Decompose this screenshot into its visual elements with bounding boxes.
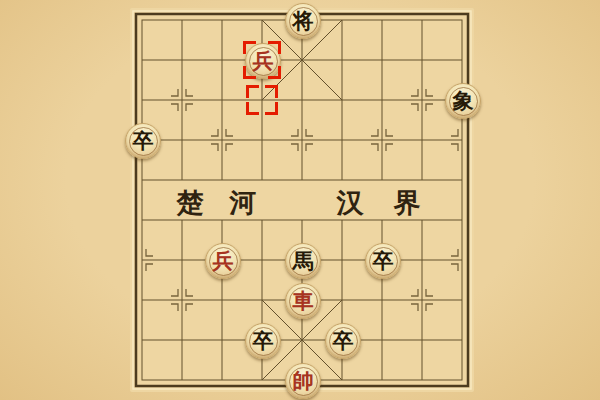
point-7-0[interactable] <box>402 0 442 40</box>
point-1-4[interactable] <box>162 160 202 200</box>
point-6-5[interactable] <box>362 200 402 240</box>
point-8-8[interactable] <box>442 320 482 360</box>
piece-glyph: 馬 <box>293 250 314 271</box>
point-2-2[interactable] <box>202 80 242 120</box>
piece-red-chariot[interactable]: 車 <box>285 283 321 319</box>
point-1-2[interactable] <box>162 80 202 120</box>
point-7-3[interactable] <box>402 120 442 160</box>
piece-glyph: 象 <box>453 90 474 111</box>
piece-black-elephant[interactable]: 象 <box>445 83 481 119</box>
point-3-2[interactable] <box>242 80 282 120</box>
point-1-7[interactable] <box>162 280 202 320</box>
point-1-3[interactable] <box>162 120 202 160</box>
board-point-grid: 将兵象卒兵馬卒車卒卒帥 <box>122 0 482 400</box>
point-2-8[interactable] <box>202 320 242 360</box>
xiangqi-app: 楚 河 汉 界 将兵象卒兵馬卒車卒卒帥 <box>0 0 600 400</box>
point-8-2[interactable]: 象 <box>442 80 482 120</box>
piece-black-soldier-d[interactable]: 卒 <box>325 323 361 359</box>
piece-black-soldier-b[interactable]: 卒 <box>365 243 401 279</box>
piece-red-general[interactable]: 帥 <box>285 363 321 399</box>
point-1-5[interactable] <box>162 200 202 240</box>
point-0-6[interactable] <box>122 240 162 280</box>
point-7-5[interactable] <box>402 200 442 240</box>
piece-black-soldier-a[interactable]: 卒 <box>125 123 161 159</box>
point-7-4[interactable] <box>402 160 442 200</box>
piece-red-soldier-selected[interactable]: 兵 <box>245 43 281 79</box>
point-3-5[interactable] <box>242 200 282 240</box>
point-1-1[interactable] <box>162 40 202 80</box>
point-4-5[interactable] <box>282 200 322 240</box>
piece-glyph: 卒 <box>333 330 354 351</box>
point-7-8[interactable] <box>402 320 442 360</box>
point-2-4[interactable] <box>202 160 242 200</box>
piece-glyph: 卒 <box>133 130 154 151</box>
piece-glyph: 帥 <box>293 370 314 391</box>
point-2-5[interactable] <box>202 200 242 240</box>
point-7-2[interactable] <box>402 80 442 120</box>
point-6-2[interactable] <box>362 80 402 120</box>
point-5-3[interactable] <box>322 120 362 160</box>
piece-black-general[interactable]: 将 <box>285 3 321 39</box>
point-8-0[interactable] <box>442 0 482 40</box>
point-1-8[interactable] <box>162 320 202 360</box>
point-8-1[interactable] <box>442 40 482 80</box>
point-4-0[interactable]: 将 <box>282 0 322 40</box>
point-3-1[interactable]: 兵 <box>242 40 282 80</box>
point-4-8[interactable] <box>282 320 322 360</box>
point-5-9[interactable] <box>322 360 362 400</box>
piece-glyph: 車 <box>293 290 314 311</box>
point-3-4[interactable] <box>242 160 282 200</box>
point-5-4[interactable] <box>322 160 362 200</box>
point-6-1[interactable] <box>362 40 402 80</box>
point-7-7[interactable] <box>402 280 442 320</box>
point-0-4[interactable] <box>122 160 162 200</box>
point-1-0[interactable] <box>162 0 202 40</box>
point-0-2[interactable] <box>122 80 162 120</box>
point-8-3[interactable] <box>442 120 482 160</box>
point-6-8[interactable] <box>362 320 402 360</box>
point-0-3[interactable]: 卒 <box>122 120 162 160</box>
point-8-6[interactable] <box>442 240 482 280</box>
piece-glyph: 卒 <box>253 330 274 351</box>
point-4-3[interactable] <box>282 120 322 160</box>
point-3-6[interactable] <box>242 240 282 280</box>
point-6-6[interactable]: 卒 <box>362 240 402 280</box>
point-6-3[interactable] <box>362 120 402 160</box>
point-8-9[interactable] <box>442 360 482 400</box>
point-7-9[interactable] <box>402 360 442 400</box>
point-3-9[interactable] <box>242 360 282 400</box>
piece-red-soldier-b[interactable]: 兵 <box>205 243 241 279</box>
point-8-7[interactable] <box>442 280 482 320</box>
point-0-0[interactable] <box>122 0 162 40</box>
point-7-1[interactable] <box>402 40 442 80</box>
piece-black-horse[interactable]: 馬 <box>285 243 321 279</box>
point-2-9[interactable] <box>202 360 242 400</box>
point-0-7[interactable] <box>122 280 162 320</box>
point-0-1[interactable] <box>122 40 162 80</box>
point-6-7[interactable] <box>362 280 402 320</box>
point-2-0[interactable] <box>202 0 242 40</box>
point-4-1[interactable] <box>282 40 322 80</box>
point-0-5[interactable] <box>122 200 162 240</box>
point-3-3[interactable] <box>242 120 282 160</box>
point-7-6[interactable] <box>402 240 442 280</box>
xiangqi-board: 楚 河 汉 界 将兵象卒兵馬卒車卒卒帥 <box>122 0 482 400</box>
piece-glyph: 兵 <box>213 250 234 271</box>
point-4-7[interactable]: 車 <box>282 280 322 320</box>
point-2-6[interactable]: 兵 <box>202 240 242 280</box>
piece-black-soldier-c[interactable]: 卒 <box>245 323 281 359</box>
point-0-8[interactable] <box>122 320 162 360</box>
point-1-6[interactable] <box>162 240 202 280</box>
piece-glyph: 卒 <box>373 250 394 271</box>
point-5-0[interactable] <box>322 0 362 40</box>
point-6-4[interactable] <box>362 160 402 200</box>
point-5-5[interactable] <box>322 200 362 240</box>
point-4-2[interactable] <box>282 80 322 120</box>
point-8-4[interactable] <box>442 160 482 200</box>
point-4-9[interactable]: 帥 <box>282 360 322 400</box>
piece-glyph: 将 <box>293 10 314 31</box>
point-6-9[interactable] <box>362 360 402 400</box>
point-2-3[interactable] <box>202 120 242 160</box>
point-1-9[interactable] <box>162 360 202 400</box>
point-5-2[interactable] <box>322 80 362 120</box>
point-8-5[interactable] <box>442 200 482 240</box>
point-5-7[interactable] <box>322 280 362 320</box>
piece-glyph: 兵 <box>253 50 274 71</box>
point-3-0[interactable] <box>242 0 282 40</box>
point-6-0[interactable] <box>362 0 402 40</box>
point-4-4[interactable] <box>282 160 322 200</box>
point-5-1[interactable] <box>322 40 362 80</box>
point-4-6[interactable]: 馬 <box>282 240 322 280</box>
point-3-8[interactable]: 卒 <box>242 320 282 360</box>
point-3-7[interactable] <box>242 280 282 320</box>
point-5-8[interactable]: 卒 <box>322 320 362 360</box>
point-2-7[interactable] <box>202 280 242 320</box>
point-0-9[interactable] <box>122 360 162 400</box>
point-5-6[interactable] <box>322 240 362 280</box>
point-2-1[interactable] <box>202 40 242 80</box>
